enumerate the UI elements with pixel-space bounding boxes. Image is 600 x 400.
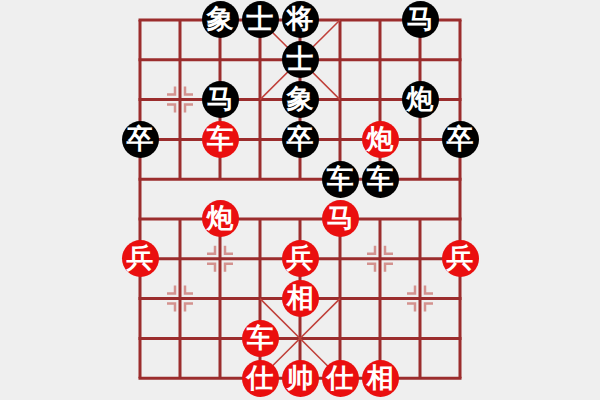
piece-black-horse[interactable]: 马	[202, 81, 239, 118]
piece-red-horse[interactable]: 马	[322, 200, 359, 237]
intersection[interactable]	[360, 279, 400, 319]
intersection[interactable]	[200, 159, 240, 199]
intersection[interactable]	[400, 318, 440, 358]
intersection[interactable]	[440, 0, 480, 40]
intersection[interactable]	[440, 199, 480, 239]
intersection[interactable]	[320, 119, 360, 159]
piece-red-pawn[interactable]: 兵	[282, 240, 319, 277]
intersection[interactable]	[120, 279, 160, 319]
intersection[interactable]	[280, 199, 320, 239]
intersection[interactable]	[320, 40, 360, 80]
intersection[interactable]	[240, 239, 280, 279]
intersection[interactable]	[120, 358, 160, 398]
intersection[interactable]	[200, 279, 240, 319]
intersection[interactable]	[400, 119, 440, 159]
intersection[interactable]	[160, 119, 200, 159]
intersection[interactable]	[360, 239, 400, 279]
intersection[interactable]	[400, 239, 440, 279]
intersection[interactable]	[320, 318, 360, 358]
xiangqi-board: 象士将马士马象炮卒车卒炮卒车车炮马兵兵兵相车仕帅仕相	[120, 0, 480, 398]
intersection[interactable]	[120, 0, 160, 40]
intersection[interactable]	[160, 318, 200, 358]
intersection[interactable]	[440, 159, 480, 199]
intersection[interactable]	[360, 0, 400, 40]
piece-red-advisor[interactable]: 仕	[242, 360, 279, 397]
intersection[interactable]	[160, 239, 200, 279]
intersection[interactable]	[240, 119, 280, 159]
intersection[interactable]	[200, 358, 240, 398]
piece-black-chariot[interactable]: 车	[362, 161, 399, 198]
piece-red-elephant[interactable]: 相	[282, 280, 319, 317]
intersection[interactable]	[240, 159, 280, 199]
intersection[interactable]	[440, 80, 480, 120]
piece-black-advisor[interactable]: 士	[282, 41, 319, 78]
intersection[interactable]	[160, 40, 200, 80]
intersection[interactable]	[200, 40, 240, 80]
piece-red-chariot[interactable]: 车	[202, 121, 239, 158]
piece-black-king[interactable]: 将	[282, 1, 319, 38]
intersection[interactable]	[160, 199, 200, 239]
piece-black-advisor[interactable]: 士	[242, 1, 279, 38]
intersection[interactable]	[280, 318, 320, 358]
piece-red-cannon[interactable]: 炮	[202, 200, 239, 237]
xiangqi-app-screen: 象士将马士马象炮卒车卒炮卒车车炮马兵兵兵相车仕帅仕相	[0, 0, 600, 400]
piece-red-elephant[interactable]: 相	[362, 360, 399, 397]
intersection[interactable]	[120, 40, 160, 80]
intersection[interactable]	[160, 80, 200, 120]
piece-red-king[interactable]: 帅	[282, 360, 319, 397]
intersection[interactable]	[320, 239, 360, 279]
intersection[interactable]	[160, 159, 200, 199]
intersection[interactable]	[120, 318, 160, 358]
piece-red-pawn[interactable]: 兵	[122, 240, 159, 277]
intersection[interactable]	[360, 80, 400, 120]
intersection[interactable]	[400, 199, 440, 239]
intersection[interactable]	[120, 159, 160, 199]
intersection[interactable]	[280, 159, 320, 199]
piece-black-pawn[interactable]: 卒	[122, 121, 159, 158]
piece-black-cannon[interactable]: 炮	[402, 81, 439, 118]
intersection[interactable]	[240, 80, 280, 120]
piece-black-elephant[interactable]: 象	[202, 1, 239, 38]
piece-red-cannon[interactable]: 炮	[362, 121, 399, 158]
intersection[interactable]	[360, 40, 400, 80]
intersection[interactable]	[400, 279, 440, 319]
piece-black-elephant[interactable]: 象	[282, 81, 319, 118]
intersection[interactable]	[440, 279, 480, 319]
intersection[interactable]	[440, 40, 480, 80]
piece-black-chariot[interactable]: 车	[322, 161, 359, 198]
intersection[interactable]	[360, 318, 400, 358]
intersection[interactable]	[320, 80, 360, 120]
intersection[interactable]	[320, 279, 360, 319]
intersection[interactable]	[440, 318, 480, 358]
intersection[interactable]	[400, 40, 440, 80]
piece-red-advisor[interactable]: 仕	[322, 360, 359, 397]
intersection[interactable]	[320, 0, 360, 40]
intersection[interactable]	[200, 318, 240, 358]
intersection[interactable]	[240, 279, 280, 319]
intersection[interactable]	[240, 40, 280, 80]
intersection[interactable]	[120, 80, 160, 120]
piece-red-chariot[interactable]: 车	[242, 320, 279, 357]
intersection[interactable]	[400, 159, 440, 199]
intersection[interactable]	[440, 358, 480, 398]
piece-black-pawn[interactable]: 卒	[282, 121, 319, 158]
intersection[interactable]	[160, 0, 200, 40]
piece-red-pawn[interactable]: 兵	[442, 240, 479, 277]
intersection[interactable]	[200, 239, 240, 279]
piece-black-pawn[interactable]: 卒	[442, 121, 479, 158]
intersection[interactable]	[360, 199, 400, 239]
intersection[interactable]	[240, 199, 280, 239]
intersection[interactable]	[160, 279, 200, 319]
piece-black-horse[interactable]: 马	[402, 1, 439, 38]
intersection[interactable]	[120, 199, 160, 239]
intersection[interactable]	[160, 358, 200, 398]
intersection[interactable]	[400, 358, 440, 398]
